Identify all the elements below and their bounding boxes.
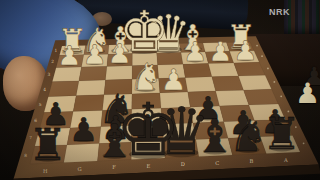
- rank-dot-5: [280, 95, 282, 97]
- chess-board: HGFEDCBA12345678♜♝♛♚♝♞♜♟♟♟♟♟♟♟♞♟♟♞♟♟♟♟♟♜…: [0, 0, 320, 180]
- studio-scene: ♟ ♟ HGFEDCBA12345678♜♝♛♚♝♞♜♟♟♟♟♟♟♟♞♟♟♞♟♟…: [0, 0, 320, 180]
- rank-dot-3: [267, 68, 269, 70]
- piece-white-P-f2: ♟: [108, 38, 132, 69]
- rank-label-3: 3: [47, 72, 50, 77]
- piece-white-P-h2: ♟: [57, 40, 81, 71]
- file-label-G: G: [78, 166, 82, 172]
- piece-black-B-f8: ♝: [94, 114, 135, 168]
- piece-white-P-c2: ♟: [183, 36, 207, 67]
- nrk-logo: NRK: [269, 7, 290, 17]
- piece-white-P-g2: ♟: [82, 39, 106, 70]
- rank-label-4: 4: [43, 87, 46, 92]
- rank-dot-8: [303, 142, 305, 144]
- piece-black-R-h8: ♜: [28, 120, 67, 170]
- rank-dot-2: [261, 55, 263, 57]
- rank-dot-4: [273, 81, 275, 83]
- rank-label-2: 2: [51, 59, 54, 64]
- rank-label-8: 8: [24, 153, 27, 158]
- piece-white-P-b2: ♟: [208, 36, 232, 67]
- piece-white-P-a2: ♟: [233, 35, 257, 66]
